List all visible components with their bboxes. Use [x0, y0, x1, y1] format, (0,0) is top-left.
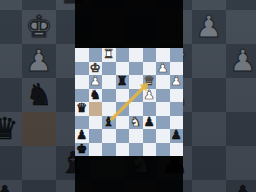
square-b5: ♞ — [89, 89, 103, 103]
square-c6 — [102, 75, 116, 89]
square-g6 — [156, 75, 170, 89]
square-e1 — [129, 143, 143, 157]
vertical-video-strip: ♜♚♟♟♜♛♟♞♟♛♝♞♟♟♟♚ — [75, 0, 183, 192]
square-g5 — [156, 89, 170, 103]
square-d4 — [116, 102, 130, 116]
square-g7: ♟ — [156, 62, 170, 76]
square-e2 — [129, 129, 143, 143]
white-knight-e3: ♞ — [129, 116, 143, 130]
square-g1 — [156, 143, 170, 157]
square-d1 — [116, 143, 130, 157]
black-king-a1: ♚ — [75, 143, 89, 157]
square-d6: ♜ — [116, 75, 130, 89]
square-h8 — [170, 48, 184, 62]
square-f2 — [143, 129, 157, 143]
square-a8 — [75, 48, 89, 62]
square-b2 — [89, 129, 103, 143]
square-b3 — [89, 116, 103, 130]
square-c7 — [102, 62, 116, 76]
square-e3: ♞ — [129, 116, 143, 130]
square-a6 — [75, 75, 89, 89]
square-c5 — [102, 89, 116, 103]
square-f1 — [143, 143, 157, 157]
square-e8 — [129, 48, 143, 62]
square-e7 — [129, 62, 143, 76]
square-h2: ♟ — [170, 129, 184, 143]
white-pawn-h6: ♟ — [170, 75, 184, 89]
square-e6 — [129, 75, 143, 89]
square-a4: ♛ — [75, 102, 89, 116]
square-b4 — [89, 102, 103, 116]
square-a1: ♚ — [75, 143, 89, 157]
square-g3 — [156, 116, 170, 130]
square-d3 — [116, 116, 130, 130]
white-rook-c8: ♜ — [102, 48, 116, 62]
square-c8: ♜ — [102, 48, 116, 62]
black-queen-a4: ♛ — [75, 102, 89, 116]
square-f3: ♟ — [143, 116, 157, 130]
square-b1 — [89, 143, 103, 157]
square-c3: ♝ — [102, 116, 116, 130]
square-d8 — [116, 48, 130, 62]
white-pawn-f5: ♟ — [143, 89, 157, 103]
square-c1 — [102, 143, 116, 157]
square-g4 — [156, 102, 170, 116]
video-frame: ♜♚♟♟♜♛♟♞♟♛♝♞♟♟♟♚ ♜♚♟♟♜♛♟♞♟♛♝♞♟♟♟♚ — [0, 0, 256, 192]
chess-board: ♜♚♟♟♜♛♟♞♟♛♝♞♟♟♟♚ — [75, 48, 183, 156]
square-c2 — [102, 129, 116, 143]
square-f8 — [143, 48, 157, 62]
white-pawn-g7: ♟ — [156, 62, 170, 76]
black-bishop-c3: ♝ — [102, 116, 116, 130]
letterbox-bar-bottom — [75, 156, 183, 192]
square-f5: ♟ — [143, 89, 157, 103]
square-h6: ♟ — [170, 75, 184, 89]
square-d2 — [116, 129, 130, 143]
letterbox-bar-top — [75, 0, 183, 48]
square-e5 — [129, 89, 143, 103]
black-knight-b5: ♞ — [89, 89, 103, 103]
black-pawn-f3: ♟ — [143, 116, 157, 130]
square-d5 — [116, 89, 130, 103]
square-h5 — [170, 89, 184, 103]
black-rook-d6: ♜ — [116, 75, 130, 89]
square-h4 — [170, 102, 184, 116]
square-a7 — [75, 62, 89, 76]
black-pawn-h2: ♟ — [170, 129, 184, 143]
square-g2 — [156, 129, 170, 143]
square-h1 — [170, 143, 184, 157]
